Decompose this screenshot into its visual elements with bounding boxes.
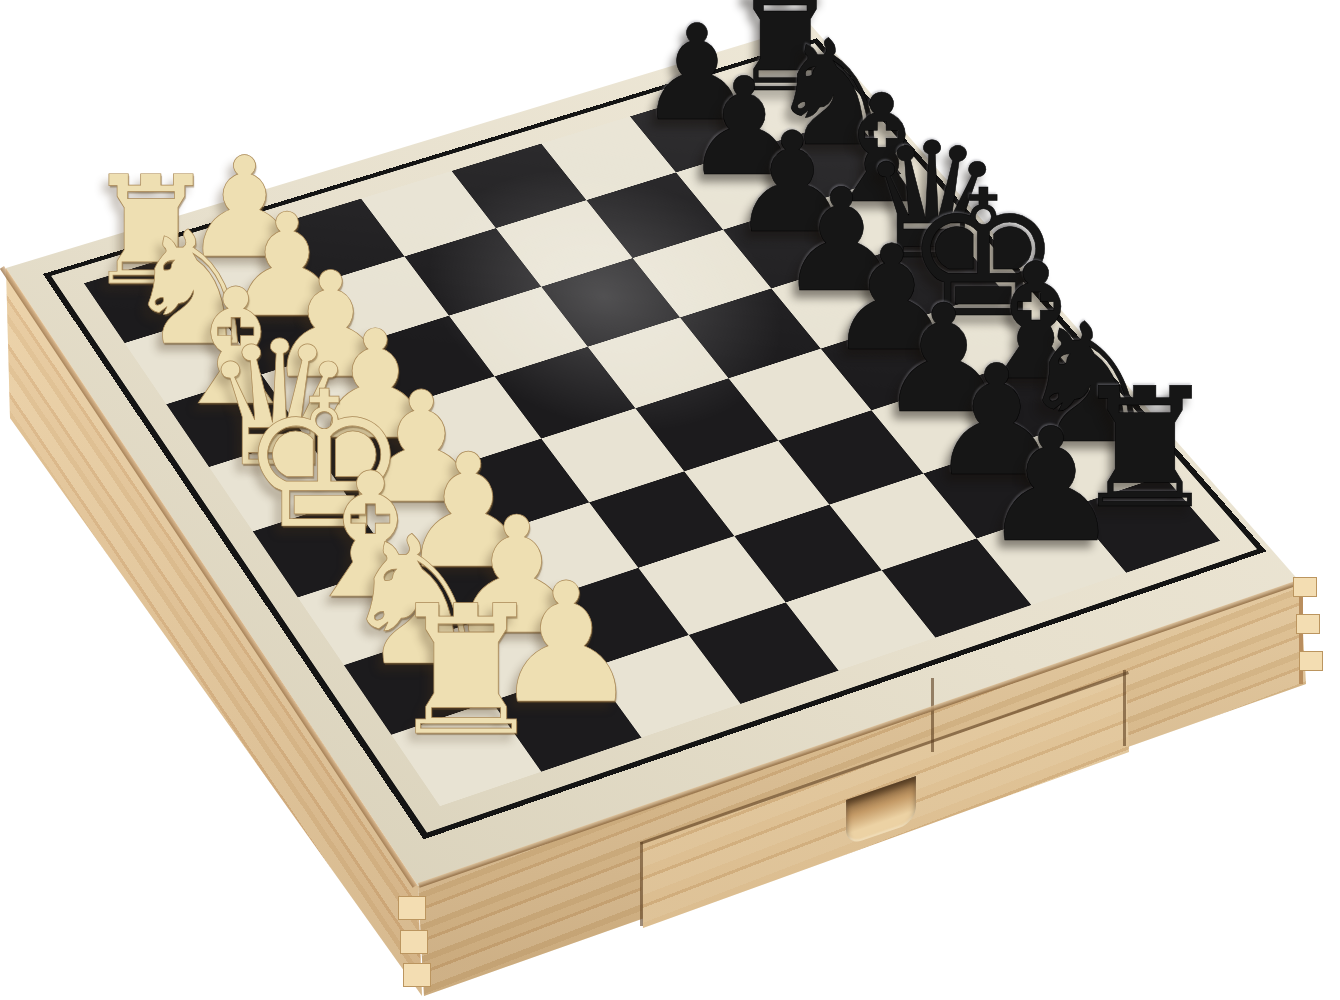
piece-white-rook-h1[interactable]: ♜ (386, 582, 546, 761)
box-joint-tab (1296, 614, 1320, 634)
box-joint-tab (398, 896, 426, 920)
box-joint-tab (1299, 651, 1323, 671)
box-joint-tab (403, 963, 431, 987)
piece-black-pawn-h7[interactable]: ♟ (981, 406, 1122, 563)
drawer-seam-right (1123, 670, 1126, 746)
box-joint-tab (1293, 577, 1317, 597)
drawer-seam-left (640, 842, 643, 926)
box-joint-tab (400, 930, 428, 954)
chess-box-photo: ♜♞♝♛♚♝♞♜♟♟♟♟♟♟♟♟♟♟♟♟♟♟♟♟♜♞♝♛♚♝♞♜ (0, 0, 1340, 1000)
